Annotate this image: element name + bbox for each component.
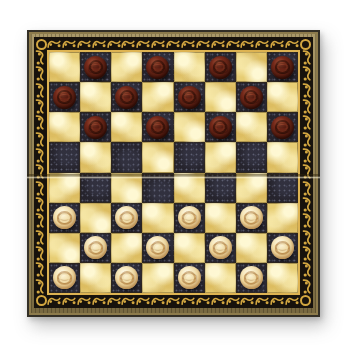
square-r2c4[interactable]: [142, 82, 173, 112]
scroll-motif-icon: [121, 38, 136, 50]
scroll-motif-icon: [301, 262, 313, 278]
scroll-motif-icon: [62, 295, 77, 307]
scroll-motif-icon: [34, 230, 46, 246]
square-r7c3[interactable]: [111, 233, 142, 263]
dark-man[interactable]: ⛂: [146, 56, 169, 79]
square-r1c1[interactable]: [49, 52, 80, 82]
board-grid: ⛂⛂⛂⛂⛂⛂⛂⛂⛂⛂⛂⛂⛀⛀⛀⛀⛀⛀⛀⛀⛀⛀⛀⛀: [49, 52, 298, 293]
square-r6c8[interactable]: [267, 203, 298, 233]
square-r6c3[interactable]: ⛀: [111, 203, 142, 233]
square-r1c3[interactable]: [111, 52, 142, 82]
square-r6c7[interactable]: ⛀: [236, 203, 267, 233]
square-r4c1[interactable]: [49, 142, 80, 172]
square-r7c5[interactable]: [174, 233, 205, 263]
scroll-motif-icon: [301, 181, 313, 197]
light-man-glyph-icon: ⛀: [240, 266, 263, 289]
square-r6c1[interactable]: ⛀: [49, 203, 80, 233]
scroll-motif-icon: [301, 83, 313, 99]
light-man-glyph-icon: ⛀: [178, 266, 201, 289]
scroll-motif-icon: [151, 295, 166, 307]
square-r8c3[interactable]: ⛀: [111, 263, 142, 293]
dark-man[interactable]: ⛂: [240, 86, 263, 109]
dark-man[interactable]: ⛂: [84, 56, 107, 79]
square-r7c1[interactable]: [49, 233, 80, 263]
square-r7c8[interactable]: ⛀: [267, 233, 298, 263]
square-r2c5[interactable]: ⛂: [174, 82, 205, 112]
square-r6c5[interactable]: ⛀: [174, 203, 205, 233]
square-r1c2[interactable]: ⛂: [80, 52, 111, 82]
square-r3c8[interactable]: ⛂: [267, 112, 298, 142]
scroll-motif-icon: [34, 66, 46, 82]
light-man[interactable]: ⛀: [115, 206, 138, 229]
scroll-motif-icon: [301, 197, 313, 213]
square-r2c8[interactable]: [267, 82, 298, 112]
scroll-motif-icon: [226, 295, 241, 307]
scroll-motif-icon: [62, 38, 77, 50]
scroll-motif-icon: [211, 295, 226, 307]
scroll-motif-icon: [92, 295, 107, 307]
light-man-glyph-icon: ⛀: [178, 206, 201, 229]
light-man[interactable]: ⛀: [240, 206, 263, 229]
square-r4c6[interactable]: [205, 142, 236, 172]
scroll-motif-icon: [107, 295, 122, 307]
scroll-motif-icon: [240, 38, 255, 50]
scroll-motif-icon: [301, 99, 313, 115]
scroll-motif-icon: [34, 115, 46, 131]
light-man-glyph-icon: ⛀: [271, 236, 294, 259]
square-r6c6[interactable]: [205, 203, 236, 233]
square-r8c1[interactable]: ⛀: [49, 263, 80, 293]
dark-man-glyph-icon: ⛂: [209, 116, 232, 139]
light-man[interactable]: ⛀: [178, 206, 201, 229]
scroll-motif-icon: [226, 38, 241, 50]
square-r3c3[interactable]: [111, 112, 142, 142]
dark-man-glyph-icon: ⛂: [240, 86, 263, 109]
scroll-motif-icon: [301, 148, 313, 164]
scroll-motif-icon: [34, 181, 46, 197]
light-man[interactable]: ⛀: [53, 266, 76, 289]
scroll-motif-icon: [151, 38, 166, 50]
square-r4c3[interactable]: [111, 142, 142, 172]
scroll-motif-icon: [92, 38, 107, 50]
square-r4c5[interactable]: [174, 142, 205, 172]
square-r8c7[interactable]: ⛀: [236, 263, 267, 293]
ornament-strip-top: [47, 38, 300, 50]
dark-man[interactable]: ⛂: [84, 116, 107, 139]
square-r1c4[interactable]: ⛂: [142, 52, 173, 82]
scroll-motif-icon: [77, 38, 92, 50]
dark-man[interactable]: ⛂: [209, 56, 232, 79]
light-man-glyph-icon: ⛀: [53, 206, 76, 229]
light-man-glyph-icon: ⛀: [84, 236, 107, 259]
board-fold-seam: [27, 174, 320, 179]
square-r7c4[interactable]: ⛀: [142, 233, 173, 263]
light-man[interactable]: ⛀: [84, 236, 107, 259]
scroll-motif-icon: [301, 50, 313, 66]
square-r3c4[interactable]: ⛂: [142, 112, 173, 142]
dark-man-glyph-icon: ⛂: [178, 86, 201, 109]
dark-man[interactable]: ⛂: [53, 86, 76, 109]
square-r3c6[interactable]: ⛂: [205, 112, 236, 142]
corner-curl-icon: [36, 39, 47, 50]
square-r7c2[interactable]: ⛀: [80, 233, 111, 263]
dark-man[interactable]: ⛂: [209, 116, 232, 139]
decorative-border: ⛂⛂⛂⛂⛂⛂⛂⛂⛂⛂⛂⛂⛀⛀⛀⛀⛀⛀⛀⛀⛀⛀⛀⛀: [34, 37, 313, 308]
dark-man[interactable]: ⛂: [115, 86, 138, 109]
square-r3c7[interactable]: [236, 112, 267, 142]
light-man[interactable]: ⛀: [115, 266, 138, 289]
scroll-motif-icon: [270, 38, 285, 50]
scroll-motif-icon: [181, 295, 196, 307]
light-man[interactable]: ⛀: [146, 236, 169, 259]
scroll-motif-icon: [34, 262, 46, 278]
light-man-glyph-icon: ⛀: [209, 236, 232, 259]
scroll-motif-icon: [285, 38, 300, 50]
light-man[interactable]: ⛀: [271, 236, 294, 259]
square-r1c8[interactable]: ⛂: [267, 52, 298, 82]
square-r2c3[interactable]: ⛂: [111, 82, 142, 112]
scroll-motif-icon: [136, 38, 151, 50]
scroll-motif-icon: [47, 295, 62, 307]
square-r8c2[interactable]: [80, 263, 111, 293]
square-r6c2[interactable]: [80, 203, 111, 233]
scroll-motif-icon: [255, 295, 270, 307]
scroll-motif-icon: [301, 66, 313, 82]
square-r3c1[interactable]: [49, 112, 80, 142]
square-r2c6[interactable]: [205, 82, 236, 112]
scroll-motif-icon: [77, 295, 92, 307]
checkers-board: ⛂⛂⛂⛂⛂⛂⛂⛂⛂⛂⛂⛂⛀⛀⛀⛀⛀⛀⛀⛀⛀⛀⛀⛀: [27, 30, 320, 317]
light-man[interactable]: ⛀: [209, 236, 232, 259]
ornament-strip-left: [34, 50, 46, 295]
dark-man-glyph-icon: ⛂: [84, 56, 107, 79]
square-r4c2[interactable]: [80, 142, 111, 172]
dark-man-glyph-icon: ⛂: [271, 116, 294, 139]
scroll-motif-icon: [285, 295, 300, 307]
square-r8c6[interactable]: [205, 263, 236, 293]
dark-man-glyph-icon: ⛂: [146, 56, 169, 79]
dark-man-glyph-icon: ⛂: [115, 86, 138, 109]
scroll-motif-icon: [301, 213, 313, 229]
scroll-motif-icon: [34, 132, 46, 148]
scroll-motif-icon: [34, 83, 46, 99]
square-r1c5[interactable]: [174, 52, 205, 82]
square-r1c6[interactable]: ⛂: [205, 52, 236, 82]
square-r2c1[interactable]: ⛂: [49, 82, 80, 112]
light-man-glyph-icon: ⛀: [53, 266, 76, 289]
light-man-glyph-icon: ⛀: [115, 266, 138, 289]
playing-area: ⛂⛂⛂⛂⛂⛂⛂⛂⛂⛂⛂⛂⛀⛀⛀⛀⛀⛀⛀⛀⛀⛀⛀⛀: [47, 50, 300, 295]
light-man[interactable]: ⛀: [53, 206, 76, 229]
scroll-motif-icon: [181, 38, 196, 50]
scroll-motif-icon: [270, 295, 285, 307]
square-r3c2[interactable]: ⛂: [80, 112, 111, 142]
square-r7c6[interactable]: ⛀: [205, 233, 236, 263]
scroll-motif-icon: [34, 148, 46, 164]
scroll-motif-icon: [34, 197, 46, 213]
scroll-motif-icon: [166, 295, 181, 307]
ornament-strip-right: [301, 50, 313, 295]
scroll-motif-icon: [121, 295, 136, 307]
square-r2c7[interactable]: ⛂: [236, 82, 267, 112]
dark-man-glyph-icon: ⛂: [209, 56, 232, 79]
square-r3c5[interactable]: [174, 112, 205, 142]
scroll-motif-icon: [255, 38, 270, 50]
scroll-motif-icon: [301, 132, 313, 148]
light-man[interactable]: ⛀: [178, 266, 201, 289]
square-r8c5[interactable]: ⛀: [174, 263, 205, 293]
light-man-glyph-icon: ⛀: [240, 206, 263, 229]
scroll-motif-icon: [34, 50, 46, 66]
square-r4c8[interactable]: [267, 142, 298, 172]
scroll-motif-icon: [240, 295, 255, 307]
dark-man[interactable]: ⛂: [146, 116, 169, 139]
scroll-motif-icon: [47, 38, 62, 50]
dark-man[interactable]: ⛂: [271, 116, 294, 139]
scroll-motif-icon: [107, 38, 122, 50]
square-r8c4[interactable]: [142, 263, 173, 293]
light-man-glyph-icon: ⛀: [115, 206, 138, 229]
scroll-motif-icon: [34, 246, 46, 262]
scroll-motif-icon: [301, 115, 313, 131]
scroll-motif-icon: [211, 38, 226, 50]
scroll-motif-icon: [166, 38, 181, 50]
scroll-motif-icon: [301, 246, 313, 262]
square-r7c7[interactable]: [236, 233, 267, 263]
square-r6c4[interactable]: [142, 203, 173, 233]
dark-man-glyph-icon: ⛂: [84, 116, 107, 139]
scroll-motif-icon: [34, 213, 46, 229]
corner-curl-icon: [300, 39, 311, 50]
scroll-motif-icon: [301, 230, 313, 246]
corner-curl-icon: [36, 295, 47, 306]
scroll-motif-icon: [34, 279, 46, 295]
light-man-glyph-icon: ⛀: [146, 236, 169, 259]
dark-man-glyph-icon: ⛂: [271, 56, 294, 79]
dark-man[interactable]: ⛂: [271, 56, 294, 79]
scroll-motif-icon: [136, 295, 151, 307]
scroll-motif-icon: [34, 99, 46, 115]
dark-man[interactable]: ⛂: [178, 86, 201, 109]
square-r4c4[interactable]: [142, 142, 173, 172]
light-man[interactable]: ⛀: [240, 266, 263, 289]
dark-man-glyph-icon: ⛂: [53, 86, 76, 109]
corner-curl-icon: [300, 295, 311, 306]
square-r4c7[interactable]: [236, 142, 267, 172]
square-r1c7[interactable]: [236, 52, 267, 82]
dark-man-glyph-icon: ⛂: [146, 116, 169, 139]
ornament-strip-bottom: [47, 295, 300, 307]
scroll-motif-icon: [196, 295, 211, 307]
square-r2c2[interactable]: [80, 82, 111, 112]
scroll-motif-icon: [196, 38, 211, 50]
scroll-motif-icon: [301, 279, 313, 295]
square-r8c8[interactable]: [267, 263, 298, 293]
